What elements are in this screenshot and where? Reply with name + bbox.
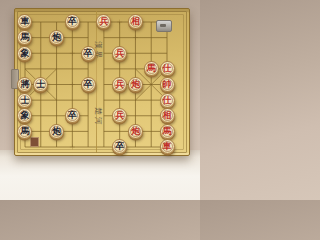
piece-red-elephant[interactable]: 相: [160, 108, 175, 123]
piece-character: 仕: [163, 64, 172, 73]
piece-character: 車: [20, 17, 29, 26]
piece-red-cannon[interactable]: 炮: [128, 124, 143, 139]
piece-black-horse[interactable]: 馬: [17, 124, 32, 139]
piece-red-elephant[interactable]: 相: [128, 14, 143, 29]
piece-red-soldier[interactable]: 兵: [112, 46, 127, 61]
piece-character: 相: [163, 111, 172, 120]
piece-black-soldier[interactable]: 卒: [81, 46, 96, 61]
piece-character: 兵: [99, 17, 108, 26]
piece-character: 馬: [20, 127, 29, 136]
piece-black-cannon[interactable]: 炮: [49, 30, 64, 45]
piece-character: 馬: [163, 127, 172, 136]
piece-red-cannon[interactable]: 炮: [128, 77, 143, 92]
piece-character: 馬: [20, 33, 29, 42]
piece-character: 兵: [115, 111, 124, 120]
piece-black-soldier[interactable]: 卒: [65, 14, 80, 29]
piece-black-horse[interactable]: 馬: [17, 30, 32, 45]
piece-red-advisor[interactable]: 仕: [160, 93, 175, 108]
piece-character: 帥: [163, 80, 172, 89]
piece-black-soldier[interactable]: 卒: [81, 77, 96, 92]
piece-red-soldier[interactable]: 兵: [112, 108, 127, 123]
piece-black-advisor[interactable]: 士: [33, 77, 48, 92]
piece-red-soldier[interactable]: 兵: [96, 14, 111, 29]
piece-character: 象: [20, 111, 29, 120]
piece-character: 卒: [115, 142, 124, 151]
piece-character: 炮: [52, 127, 61, 136]
piece-character: 將: [20, 80, 29, 89]
piece-red-soldier[interactable]: 兵: [112, 77, 127, 92]
piece-character: 卒: [68, 17, 77, 26]
piece-character: 卒: [84, 80, 93, 89]
piece-character: 兵: [115, 49, 124, 58]
piece-red-horse[interactable]: 馬: [160, 124, 175, 139]
pieces-layer[interactable]: 車馬象將士象馬士炮炮卒卒卒卒卒兵相兵馬仕兵炮帥仕兵相炮馬車: [17, 14, 175, 155]
piece-character: 仕: [163, 96, 172, 105]
piece-character: 象: [20, 49, 29, 58]
piece-character: 炮: [52, 33, 61, 42]
piece-red-horse[interactable]: 馬: [144, 61, 159, 76]
xiangqi-board[interactable]: 漢界 楚河 車馬象將士象馬士炮炮卒卒卒卒卒兵相兵馬仕兵炮帥仕兵相炮馬車: [14, 8, 190, 156]
piece-black-general[interactable]: 將: [17, 77, 32, 92]
piece-black-elephant[interactable]: 象: [17, 108, 32, 123]
white-table: [0, 150, 200, 200]
piece-red-chariot[interactable]: 車: [160, 139, 175, 154]
photo-backdrop: { "game": "xiangqi (Chinese chess)", "sc…: [0, 0, 200, 200]
piece-black-chariot[interactable]: 車: [17, 14, 32, 29]
piece-character: 士: [36, 80, 45, 89]
piece-red-advisor[interactable]: 仕: [160, 61, 175, 76]
piece-character: 車: [163, 142, 172, 151]
piece-character: 士: [20, 96, 29, 105]
piece-black-cannon[interactable]: 炮: [49, 124, 64, 139]
piece-black-soldier[interactable]: 卒: [65, 108, 80, 123]
piece-red-general[interactable]: 帥: [160, 77, 175, 92]
piece-black-soldier[interactable]: 卒: [112, 139, 127, 154]
piece-character: 相: [131, 17, 140, 26]
piece-black-advisor[interactable]: 士: [17, 93, 32, 108]
piece-character: 馬: [147, 64, 156, 73]
piece-character: 炮: [131, 80, 140, 89]
piece-character: 卒: [68, 111, 77, 120]
piece-character: 炮: [131, 127, 140, 136]
piece-character: 卒: [84, 49, 93, 58]
piece-character: 兵: [115, 80, 124, 89]
piece-black-elephant[interactable]: 象: [17, 46, 32, 61]
